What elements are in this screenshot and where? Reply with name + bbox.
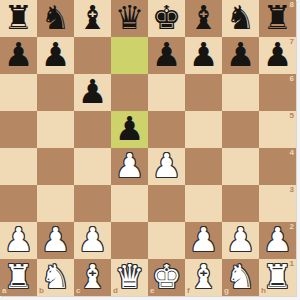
square-b6[interactable] [37,74,74,111]
square-e7[interactable]: ♟ [148,37,185,74]
square-a8[interactable]: ♜ [0,0,37,37]
piece-white-knight[interactable]: ♞ [41,260,71,293]
square-g1[interactable]: ♞g [222,259,259,296]
piece-white-queen[interactable]: ♛ [115,260,145,293]
piece-white-bishop[interactable]: ♝ [189,260,219,293]
piece-white-bishop[interactable]: ♝ [78,260,108,293]
square-h6[interactable]: 6 [259,74,296,111]
square-a4[interactable] [0,148,37,185]
square-h2[interactable]: ♟2 [259,222,296,259]
square-c6[interactable]: ♟ [74,74,111,111]
square-e6[interactable] [148,74,185,111]
square-b8[interactable]: ♞ [37,0,74,37]
piece-black-pawn[interactable]: ♟ [41,38,71,71]
square-e1[interactable]: ♚e [148,259,185,296]
square-d7[interactable] [111,37,148,74]
square-c3[interactable] [74,185,111,222]
square-d8[interactable]: ♛ [111,0,148,37]
square-e4[interactable]: ♟ [148,148,185,185]
piece-black-queen[interactable]: ♛ [115,1,145,34]
rank-label-5: 5 [290,112,294,120]
square-g2[interactable]: ♟ [222,222,259,259]
square-a6[interactable] [0,74,37,111]
piece-black-pawn[interactable]: ♟ [189,38,219,71]
square-d3[interactable] [111,185,148,222]
piece-white-pawn[interactable]: ♟ [226,223,256,256]
chess-board: ♜♞♝♛♚♝♞♜8♟♟♟♟♟♟7♟6♟5♟♟43♟♟♟♟♟♟2♜a♞b♝c♛d♚… [0,0,296,296]
piece-white-knight[interactable]: ♞ [226,260,256,293]
square-b5[interactable] [37,111,74,148]
square-d4[interactable]: ♟ [111,148,148,185]
piece-white-pawn[interactable]: ♟ [41,223,71,256]
piece-black-king[interactable]: ♚ [152,1,182,34]
square-g8[interactable]: ♞ [222,0,259,37]
square-f6[interactable] [185,74,222,111]
square-h7[interactable]: ♟7 [259,37,296,74]
square-c2[interactable]: ♟ [74,222,111,259]
square-a2[interactable]: ♟ [0,222,37,259]
square-g7[interactable]: ♟ [222,37,259,74]
piece-black-rook[interactable]: ♜ [263,1,293,34]
square-h8[interactable]: ♜8 [259,0,296,37]
square-d1[interactable]: ♛d [111,259,148,296]
square-c5[interactable] [74,111,111,148]
square-e5[interactable] [148,111,185,148]
square-f8[interactable]: ♝ [185,0,222,37]
piece-black-pawn[interactable]: ♟ [263,38,293,71]
piece-black-bishop[interactable]: ♝ [78,1,108,34]
square-f4[interactable] [185,148,222,185]
square-e3[interactable] [148,185,185,222]
square-h3[interactable]: 3 [259,185,296,222]
rank-label-6: 6 [290,75,294,83]
square-d6[interactable] [111,74,148,111]
piece-black-knight[interactable]: ♞ [226,1,256,34]
piece-white-rook[interactable]: ♜ [263,260,293,293]
piece-black-pawn[interactable]: ♟ [152,38,182,71]
square-d5[interactable]: ♟ [111,111,148,148]
rank-label-3: 3 [290,186,294,194]
square-e8[interactable]: ♚ [148,0,185,37]
piece-black-knight[interactable]: ♞ [41,1,71,34]
piece-black-rook[interactable]: ♜ [4,1,34,34]
piece-white-pawn[interactable]: ♟ [4,223,34,256]
square-h4[interactable]: 4 [259,148,296,185]
square-b4[interactable] [37,148,74,185]
square-f1[interactable]: ♝f [185,259,222,296]
piece-white-pawn[interactable]: ♟ [263,223,293,256]
square-h1[interactable]: ♜1h [259,259,296,296]
square-f3[interactable] [185,185,222,222]
square-a1[interactable]: ♜a [0,259,37,296]
square-d2[interactable] [111,222,148,259]
square-g5[interactable] [222,111,259,148]
piece-white-pawn[interactable]: ♟ [115,149,145,182]
piece-white-pawn[interactable]: ♟ [189,223,219,256]
square-g6[interactable] [222,74,259,111]
square-g3[interactable] [222,185,259,222]
square-a3[interactable] [0,185,37,222]
piece-black-pawn[interactable]: ♟ [226,38,256,71]
square-f5[interactable] [185,111,222,148]
piece-white-pawn[interactable]: ♟ [78,223,108,256]
square-b3[interactable] [37,185,74,222]
rank-label-4: 4 [290,149,294,157]
square-g4[interactable] [222,148,259,185]
piece-white-pawn[interactable]: ♟ [152,149,182,182]
piece-black-pawn[interactable]: ♟ [115,112,145,145]
square-a5[interactable] [0,111,37,148]
square-c4[interactable] [74,148,111,185]
square-b2[interactable]: ♟ [37,222,74,259]
piece-black-pawn[interactable]: ♟ [78,75,108,108]
square-c8[interactable]: ♝ [74,0,111,37]
square-c7[interactable] [74,37,111,74]
piece-white-rook[interactable]: ♜ [4,260,34,293]
square-f7[interactable]: ♟ [185,37,222,74]
square-h5[interactable]: 5 [259,111,296,148]
piece-black-pawn[interactable]: ♟ [4,38,34,71]
square-e2[interactable] [148,222,185,259]
piece-black-bishop[interactable]: ♝ [189,1,219,34]
piece-white-king[interactable]: ♚ [152,260,182,293]
square-f2[interactable]: ♟ [185,222,222,259]
square-c1[interactable]: ♝c [74,259,111,296]
square-a7[interactable]: ♟ [0,37,37,74]
square-b1[interactable]: ♞b [37,259,74,296]
square-b7[interactable]: ♟ [37,37,74,74]
